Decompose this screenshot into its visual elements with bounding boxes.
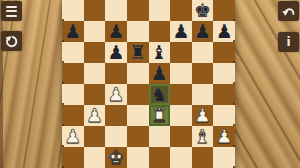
chess-board: ♚♟♟♟♟♟♟♜♝♟♟♞♟♜♟♟♝♟♚ bbox=[62, 0, 235, 168]
square-c2[interactable] bbox=[105, 126, 127, 147]
info-icon: i bbox=[286, 36, 290, 48]
piece-black-pawn: ♟ bbox=[108, 42, 125, 63]
square-c3[interactable] bbox=[105, 105, 127, 126]
square-g2[interactable]: ♝ bbox=[192, 126, 214, 147]
square-e3[interactable]: ♜ bbox=[149, 105, 171, 126]
square-c5[interactable] bbox=[105, 63, 127, 84]
piece-white-bishop: ♝ bbox=[194, 126, 211, 147]
piece-black-pawn: ♟ bbox=[194, 21, 211, 42]
square-e5[interactable]: ♟ bbox=[149, 63, 171, 84]
square-c6[interactable]: ♟ bbox=[105, 42, 127, 63]
square-d2[interactable] bbox=[127, 126, 149, 147]
piece-white-pawn: ♟ bbox=[194, 105, 211, 126]
board-edge-ticks-left bbox=[62, 0, 64, 168]
square-f8[interactable] bbox=[170, 0, 192, 21]
restart-button[interactable] bbox=[1, 31, 22, 51]
square-g7[interactable]: ♟ bbox=[192, 21, 214, 42]
square-f6[interactable] bbox=[170, 42, 192, 63]
piece-black-pawn: ♟ bbox=[216, 21, 233, 42]
square-b5[interactable] bbox=[84, 63, 106, 84]
square-h4[interactable] bbox=[213, 84, 235, 105]
square-c4[interactable]: ♟ bbox=[105, 84, 127, 105]
square-e4[interactable]: ♞ bbox=[149, 84, 171, 105]
piece-white-pawn: ♟ bbox=[64, 126, 81, 147]
piece-black-rook: ♜ bbox=[129, 42, 146, 63]
piece-black-bishop: ♝ bbox=[151, 42, 168, 63]
square-g3[interactable]: ♟ bbox=[192, 105, 214, 126]
square-g6[interactable] bbox=[192, 42, 214, 63]
square-a4[interactable] bbox=[62, 84, 84, 105]
square-b2[interactable] bbox=[84, 126, 106, 147]
square-e8[interactable] bbox=[149, 0, 171, 21]
piece-white-pawn: ♟ bbox=[108, 84, 125, 105]
square-c7[interactable]: ♟ bbox=[105, 21, 127, 42]
piece-black-pawn: ♟ bbox=[172, 21, 189, 42]
square-h3[interactable] bbox=[213, 105, 235, 126]
square-h2[interactable]: ♟ bbox=[213, 126, 235, 147]
square-b4[interactable] bbox=[84, 84, 106, 105]
chess-app: i ♚♟♟♟♟♟♟♜♝♟♟♞♟♜♟♟♝♟♚ bbox=[0, 0, 300, 168]
square-d1[interactable] bbox=[127, 147, 149, 168]
square-c1[interactable]: ♚ bbox=[105, 147, 127, 168]
square-d7[interactable] bbox=[127, 21, 149, 42]
piece-black-pawn: ♟ bbox=[151, 63, 168, 84]
square-b1[interactable] bbox=[84, 147, 106, 168]
square-g8[interactable]: ♚ bbox=[192, 0, 214, 21]
piece-white-king: ♚ bbox=[108, 147, 125, 168]
piece-black-king: ♚ bbox=[194, 0, 211, 21]
left-sidebar-wood bbox=[0, 0, 62, 168]
piece-white-rook: ♜ bbox=[151, 105, 168, 126]
square-f5[interactable] bbox=[170, 63, 192, 84]
piece-black-pawn: ♟ bbox=[64, 21, 81, 42]
square-a7[interactable]: ♟ bbox=[62, 21, 84, 42]
piece-white-pawn: ♟ bbox=[216, 126, 233, 147]
square-a3[interactable] bbox=[62, 105, 84, 126]
info-button[interactable]: i bbox=[278, 32, 299, 52]
restart-rotate-icon bbox=[4, 34, 19, 49]
piece-black-knight: ♞ bbox=[151, 84, 168, 105]
square-f4[interactable] bbox=[170, 84, 192, 105]
undo-button[interactable] bbox=[278, 1, 299, 21]
board-edge-ticks-right bbox=[233, 0, 235, 168]
square-g5[interactable] bbox=[192, 63, 214, 84]
square-b6[interactable] bbox=[84, 42, 106, 63]
square-d3[interactable] bbox=[127, 105, 149, 126]
square-a8[interactable] bbox=[62, 0, 84, 21]
undo-arrow-icon bbox=[281, 4, 296, 19]
square-h8[interactable] bbox=[213, 0, 235, 21]
square-d8[interactable] bbox=[127, 0, 149, 21]
square-a2[interactable]: ♟ bbox=[62, 126, 84, 147]
square-g4[interactable] bbox=[192, 84, 214, 105]
square-e6[interactable]: ♝ bbox=[149, 42, 171, 63]
square-h6[interactable] bbox=[213, 42, 235, 63]
square-a1[interactable] bbox=[62, 147, 84, 168]
square-d6[interactable]: ♜ bbox=[127, 42, 149, 63]
piece-white-pawn: ♟ bbox=[86, 105, 103, 126]
square-f1[interactable] bbox=[170, 147, 192, 168]
square-b8[interactable] bbox=[84, 0, 106, 21]
square-g1[interactable] bbox=[192, 147, 214, 168]
square-h1[interactable] bbox=[213, 147, 235, 168]
hamburger-icon bbox=[6, 6, 17, 17]
square-a6[interactable] bbox=[62, 42, 84, 63]
square-a5[interactable] bbox=[62, 63, 84, 84]
square-f2[interactable] bbox=[170, 126, 192, 147]
square-f3[interactable] bbox=[170, 105, 192, 126]
menu-button[interactable] bbox=[1, 1, 22, 21]
square-h5[interactable] bbox=[213, 63, 235, 84]
piece-black-pawn: ♟ bbox=[108, 21, 125, 42]
square-b7[interactable] bbox=[84, 21, 106, 42]
right-sidebar-wood bbox=[235, 0, 300, 168]
square-f7[interactable]: ♟ bbox=[170, 21, 192, 42]
square-c8[interactable] bbox=[105, 0, 127, 21]
square-e7[interactable] bbox=[149, 21, 171, 42]
square-d5[interactable] bbox=[127, 63, 149, 84]
square-e1[interactable] bbox=[149, 147, 171, 168]
square-e2[interactable] bbox=[149, 126, 171, 147]
square-b3[interactable]: ♟ bbox=[84, 105, 106, 126]
square-d4[interactable] bbox=[127, 84, 149, 105]
square-h7[interactable]: ♟ bbox=[213, 21, 235, 42]
